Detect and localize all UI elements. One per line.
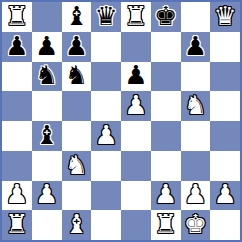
piece-white-pawn-e5[interactable]: ♟ xyxy=(124,92,147,118)
square-a7[interactable]: ♟ xyxy=(2,32,32,62)
square-g3[interactable] xyxy=(181,151,211,181)
square-h5[interactable] xyxy=(210,91,240,121)
square-g5[interactable]: ♞ xyxy=(181,91,211,121)
square-c1[interactable]: ♝ xyxy=(62,210,92,240)
square-f3[interactable] xyxy=(151,151,181,181)
square-d2[interactable] xyxy=(91,181,121,211)
square-b8[interactable] xyxy=(32,2,62,32)
piece-white-pawn-d4[interactable]: ♟ xyxy=(94,122,117,148)
square-f1[interactable]: ♜ xyxy=(151,210,181,240)
square-h8[interactable]: ♛ xyxy=(210,2,240,32)
square-e5[interactable]: ♟ xyxy=(121,91,151,121)
piece-black-pawn-g7[interactable]: ♟ xyxy=(184,33,207,59)
square-f6[interactable] xyxy=(151,62,181,92)
piece-white-pawn-b2[interactable]: ♟ xyxy=(35,181,58,207)
square-a1[interactable]: ♜ xyxy=(2,210,32,240)
square-h7[interactable] xyxy=(210,32,240,62)
square-g7[interactable]: ♟ xyxy=(181,32,211,62)
piece-white-pawn-h2[interactable]: ♟ xyxy=(213,181,236,207)
square-c8[interactable]: ♝ xyxy=(62,2,92,32)
piece-white-king-g1[interactable]: ♚ xyxy=(184,211,207,237)
square-d6[interactable] xyxy=(91,62,121,92)
square-c3[interactable]: ♞ xyxy=(62,151,92,181)
piece-black-bishop-c8[interactable]: ♝ xyxy=(65,3,88,29)
piece-black-pawn-a7[interactable]: ♟ xyxy=(5,33,28,59)
piece-white-rook-a8[interactable]: ♜ xyxy=(5,3,28,29)
square-f2[interactable]: ♟ xyxy=(151,181,181,211)
square-e1[interactable] xyxy=(121,210,151,240)
square-c7[interactable]: ♟ xyxy=(62,32,92,62)
square-e7[interactable] xyxy=(121,32,151,62)
piece-black-queen-d8[interactable]: ♛ xyxy=(94,3,117,29)
square-f5[interactable] xyxy=(151,91,181,121)
square-h6[interactable] xyxy=(210,62,240,92)
square-c6[interactable]: ♞ xyxy=(62,62,92,92)
square-b1[interactable] xyxy=(32,210,62,240)
piece-black-knight-c6[interactable]: ♞ xyxy=(65,62,88,88)
square-a5[interactable] xyxy=(2,91,32,121)
square-d5[interactable] xyxy=(91,91,121,121)
piece-white-knight-g5[interactable]: ♞ xyxy=(184,92,207,118)
square-c5[interactable] xyxy=(62,91,92,121)
square-b6[interactable]: ♞ xyxy=(32,62,62,92)
square-c2[interactable] xyxy=(62,181,92,211)
square-d7[interactable] xyxy=(91,32,121,62)
square-a3[interactable] xyxy=(2,151,32,181)
square-h1[interactable] xyxy=(210,210,240,240)
piece-white-queen-h8[interactable]: ♛ xyxy=(213,3,236,29)
square-e8[interactable]: ♜ xyxy=(121,2,151,32)
piece-white-pawn-a2[interactable]: ♟ xyxy=(5,181,28,207)
piece-black-pawn-b7[interactable]: ♟ xyxy=(35,33,58,59)
piece-black-bishop-b4[interactable]: ♝ xyxy=(35,122,58,148)
square-a2[interactable]: ♟ xyxy=(2,181,32,211)
square-b2[interactable]: ♟ xyxy=(32,181,62,211)
square-f4[interactable] xyxy=(151,121,181,151)
square-h3[interactable] xyxy=(210,151,240,181)
piece-white-pawn-f2[interactable]: ♟ xyxy=(154,181,177,207)
square-d3[interactable] xyxy=(91,151,121,181)
square-e2[interactable] xyxy=(121,181,151,211)
piece-white-rook-f1[interactable]: ♜ xyxy=(154,211,177,237)
square-g4[interactable] xyxy=(181,121,211,151)
square-d4[interactable]: ♟ xyxy=(91,121,121,151)
square-h2[interactable]: ♟ xyxy=(210,181,240,211)
piece-white-pawn-g2[interactable]: ♟ xyxy=(184,181,207,207)
square-a4[interactable] xyxy=(2,121,32,151)
square-h4[interactable] xyxy=(210,121,240,151)
piece-black-knight-b6[interactable]: ♞ xyxy=(35,62,58,88)
square-b7[interactable]: ♟ xyxy=(32,32,62,62)
piece-black-pawn-e6[interactable]: ♟ xyxy=(124,62,147,88)
square-f8[interactable]: ♚ xyxy=(151,2,181,32)
piece-white-bishop-c1[interactable]: ♝ xyxy=(65,211,88,237)
square-b4[interactable]: ♝ xyxy=(32,121,62,151)
square-e4[interactable] xyxy=(121,121,151,151)
square-c4[interactable] xyxy=(62,121,92,151)
square-g1[interactable]: ♚ xyxy=(181,210,211,240)
square-a6[interactable] xyxy=(2,62,32,92)
square-b5[interactable] xyxy=(32,91,62,121)
square-e3[interactable] xyxy=(121,151,151,181)
square-d1[interactable] xyxy=(91,210,121,240)
chess-board-container: ♜♝♛♜♚♛♟♟♟♟♞♞♟♟♞♝♟♞♟♟♟♟♟♜♝♜♚ xyxy=(0,0,242,242)
piece-white-rook-e8[interactable]: ♜ xyxy=(124,3,147,29)
piece-white-rook-a1[interactable]: ♜ xyxy=(5,211,28,237)
piece-black-pawn-c7[interactable]: ♟ xyxy=(65,33,88,59)
piece-white-knight-c3[interactable]: ♞ xyxy=(65,152,88,178)
square-f7[interactable] xyxy=(151,32,181,62)
square-g2[interactable]: ♟ xyxy=(181,181,211,211)
square-d8[interactable]: ♛ xyxy=(91,2,121,32)
chess-board: ♜♝♛♜♚♛♟♟♟♟♞♞♟♟♞♝♟♞♟♟♟♟♟♜♝♜♚ xyxy=(0,0,242,242)
piece-black-king-f8[interactable]: ♚ xyxy=(154,3,177,29)
square-a8[interactable]: ♜ xyxy=(2,2,32,32)
square-e6[interactable]: ♟ xyxy=(121,62,151,92)
square-b3[interactable] xyxy=(32,151,62,181)
square-g6[interactable] xyxy=(181,62,211,92)
square-g8[interactable] xyxy=(181,2,211,32)
